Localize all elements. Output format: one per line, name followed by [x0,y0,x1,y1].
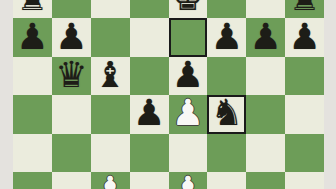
square-d7[interactable] [130,18,169,56]
black-rook-a8[interactable]: ♜ [16,0,48,16]
square-f5[interactable]: ♞ [207,95,246,133]
square-c3[interactable]: ♟ [91,172,130,189]
square-h3[interactable] [285,172,324,189]
square-f6[interactable] [207,57,246,95]
square-g3[interactable] [246,172,285,189]
black-pawn-e6[interactable]: ♟ [172,57,204,93]
square-c8[interactable] [91,0,130,18]
black-queen-b6[interactable]: ♛ [55,57,87,93]
black-pawn-h7[interactable]: ♟ [288,19,320,55]
square-a3[interactable] [13,172,52,189]
square-b7[interactable]: ♟ [52,18,91,56]
square-b6[interactable]: ♛ [52,57,91,95]
square-e8[interactable]: ♚ [169,0,208,18]
square-c5[interactable] [91,95,130,133]
square-d8[interactable] [130,0,169,18]
square-g7[interactable]: ♟ [246,18,285,56]
chess-board[interactable]: ♜♚♜♟♟♟♟♟♛♝♟♟♟♞♟♟ [13,0,324,189]
square-e3[interactable]: ♟ [169,172,208,189]
black-king-e8[interactable]: ♚ [172,0,204,16]
square-c6[interactable]: ♝ [91,57,130,95]
square-d6[interactable] [130,57,169,95]
white-pawn-c3[interactable]: ♟ [94,172,126,189]
square-e4[interactable] [169,134,208,172]
square-b3[interactable] [52,172,91,189]
square-e6[interactable]: ♟ [169,57,208,95]
square-g4[interactable] [246,134,285,172]
square-a4[interactable] [13,134,52,172]
square-b4[interactable] [52,134,91,172]
square-g6[interactable] [246,57,285,95]
square-d4[interactable] [130,134,169,172]
square-a6[interactable] [13,57,52,95]
white-pawn-e5[interactable]: ♟ [172,95,204,131]
white-pawn-e3[interactable]: ♟ [172,172,204,189]
square-a5[interactable] [13,95,52,133]
black-rook-h8[interactable]: ♜ [288,0,320,16]
black-knight-f5[interactable]: ♞ [211,95,243,131]
square-f4[interactable] [207,134,246,172]
square-e5[interactable]: ♟ [169,95,208,133]
chess-app-screenshot: ♜♚♜♟♟♟♟♟♛♝♟♟♟♞♟♟ [0,0,336,189]
square-h7[interactable]: ♟ [285,18,324,56]
black-pawn-d5[interactable]: ♟ [133,95,165,131]
square-b5[interactable] [52,95,91,133]
black-bishop-c6[interactable]: ♝ [94,57,126,93]
black-pawn-a7[interactable]: ♟ [16,19,48,55]
square-f7[interactable]: ♟ [207,18,246,56]
square-d3[interactable] [130,172,169,189]
square-h4[interactable] [285,134,324,172]
black-pawn-b7[interactable]: ♟ [55,19,87,55]
square-a7[interactable]: ♟ [13,18,52,56]
square-g5[interactable] [246,95,285,133]
square-c4[interactable] [91,134,130,172]
square-d5[interactable]: ♟ [130,95,169,133]
square-h6[interactable] [285,57,324,95]
black-pawn-f7[interactable]: ♟ [211,19,243,55]
square-h5[interactable] [285,95,324,133]
square-c7[interactable] [91,18,130,56]
black-pawn-g7[interactable]: ♟ [250,19,282,55]
square-e7[interactable] [169,18,208,56]
square-f3[interactable] [207,172,246,189]
